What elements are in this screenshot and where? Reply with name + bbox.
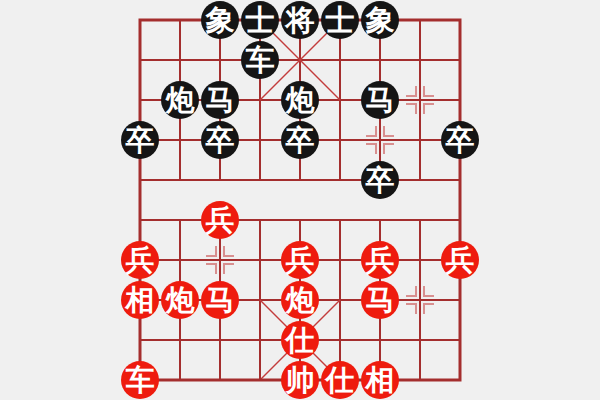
board-intersection[interactable]: 仕 <box>280 320 320 360</box>
board-intersection[interactable]: 马 <box>360 280 400 320</box>
board-intersection[interactable]: 象 <box>360 0 400 40</box>
board-intersection[interactable] <box>200 360 240 400</box>
piece-black-horse[interactable]: 马 <box>361 81 399 119</box>
board-intersection[interactable] <box>280 40 320 80</box>
board-intersection[interactable] <box>240 320 280 360</box>
piece-red-advisor[interactable]: 仕 <box>321 361 359 399</box>
piece-black-soldier[interactable]: 卒 <box>281 121 319 159</box>
piece-black-soldier[interactable]: 卒 <box>201 121 239 159</box>
board-intersection[interactable] <box>440 80 480 120</box>
board-intersection[interactable]: 兵 <box>120 240 160 280</box>
board-intersection[interactable] <box>200 40 240 80</box>
board-intersection[interactable] <box>160 200 200 240</box>
board-intersection[interactable]: 车 <box>120 360 160 400</box>
board-intersection[interactable] <box>440 280 480 320</box>
piece-red-soldier[interactable]: 兵 <box>441 241 479 279</box>
board-intersection[interactable] <box>240 360 280 400</box>
piece-red-cannon[interactable]: 炮 <box>281 281 319 319</box>
board-intersection[interactable] <box>120 200 160 240</box>
board-intersection[interactable] <box>240 280 280 320</box>
board-intersection[interactable]: 卒 <box>120 120 160 160</box>
board-intersection[interactable] <box>200 320 240 360</box>
piece-black-elephant[interactable]: 象 <box>201 1 239 39</box>
board-intersection[interactable] <box>240 160 280 200</box>
board-intersection[interactable] <box>120 0 160 40</box>
board-intersection[interactable] <box>160 40 200 80</box>
piece-red-soldier[interactable]: 兵 <box>121 241 159 279</box>
board-intersection[interactable] <box>440 200 480 240</box>
board-intersection[interactable] <box>280 200 320 240</box>
board-intersection[interactable] <box>240 200 280 240</box>
board-intersection[interactable] <box>440 320 480 360</box>
board-intersection[interactable] <box>120 320 160 360</box>
board-intersection[interactable] <box>400 80 440 120</box>
board-intersection[interactable] <box>360 320 400 360</box>
board-intersection[interactable] <box>200 240 240 280</box>
board-intersection[interactable] <box>320 40 360 80</box>
board-intersection[interactable] <box>320 280 360 320</box>
board-intersection[interactable] <box>160 320 200 360</box>
board-intersection[interactable]: 将 <box>280 0 320 40</box>
board-intersection[interactable]: 炮 <box>160 280 200 320</box>
board-grid: 象士将士象车炮马炮马卒卒卒卒卒兵兵兵兵兵相炮马炮马仕车帅仕相 <box>120 0 480 400</box>
board-intersection[interactable] <box>400 120 440 160</box>
board-intersection[interactable] <box>400 0 440 40</box>
board-intersection[interactable] <box>400 240 440 280</box>
piece-black-cannon[interactable]: 炮 <box>281 81 319 119</box>
board-intersection[interactable] <box>240 80 280 120</box>
board-intersection[interactable] <box>360 40 400 80</box>
board-intersection[interactable]: 炮 <box>280 80 320 120</box>
board-intersection[interactable] <box>240 120 280 160</box>
board-intersection[interactable]: 兵 <box>200 200 240 240</box>
piece-black-elephant[interactable]: 象 <box>361 1 399 39</box>
board-intersection[interactable] <box>440 0 480 40</box>
board-intersection[interactable]: 车 <box>240 40 280 80</box>
board-intersection[interactable] <box>400 40 440 80</box>
board-intersection[interactable] <box>120 40 160 80</box>
board-intersection[interactable]: 卒 <box>360 160 400 200</box>
piece-red-elephant[interactable]: 相 <box>121 281 159 319</box>
board-intersection[interactable] <box>400 200 440 240</box>
board-intersection[interactable] <box>440 40 480 80</box>
board-intersection[interactable] <box>200 160 240 200</box>
board-intersection[interactable]: 马 <box>360 80 400 120</box>
xiangqi-app: 象士将士象车炮马炮马卒卒卒卒卒兵兵兵兵兵相炮马炮马仕车帅仕相 <box>0 0 600 400</box>
piece-red-general[interactable]: 帅 <box>281 361 319 399</box>
board-intersection[interactable] <box>440 160 480 200</box>
board-intersection[interactable]: 马 <box>200 280 240 320</box>
board-intersection[interactable]: 马 <box>200 80 240 120</box>
board-intersection[interactable] <box>440 360 480 400</box>
board-intersection[interactable]: 炮 <box>160 80 200 120</box>
board-intersection[interactable]: 炮 <box>280 280 320 320</box>
board-intersection[interactable]: 相 <box>360 360 400 400</box>
piece-red-soldier[interactable]: 兵 <box>201 201 239 239</box>
board-intersection[interactable]: 象 <box>200 0 240 40</box>
board-intersection[interactable]: 卒 <box>200 120 240 160</box>
board-intersection[interactable] <box>400 320 440 360</box>
piece-black-chariot[interactable]: 车 <box>241 41 279 79</box>
board-intersection[interactable]: 卒 <box>440 120 480 160</box>
board-intersection[interactable] <box>320 160 360 200</box>
piece-red-cannon[interactable]: 炮 <box>161 281 199 319</box>
board-intersection[interactable]: 卒 <box>280 120 320 160</box>
board-intersection[interactable] <box>400 280 440 320</box>
piece-red-advisor[interactable]: 仕 <box>281 321 319 359</box>
board-intersection[interactable] <box>360 200 400 240</box>
board-intersection[interactable] <box>120 160 160 200</box>
board-intersection[interactable] <box>320 80 360 120</box>
board-intersection[interactable]: 帅 <box>280 360 320 400</box>
board-intersection[interactable]: 相 <box>120 280 160 320</box>
board-intersection[interactable] <box>320 240 360 280</box>
board-intersection[interactable]: 兵 <box>280 240 320 280</box>
board-intersection[interactable] <box>120 80 160 120</box>
piece-red-elephant[interactable]: 相 <box>361 361 399 399</box>
board-intersection[interactable] <box>400 160 440 200</box>
board-intersection[interactable]: 兵 <box>440 240 480 280</box>
piece-black-advisor[interactable]: 士 <box>241 1 279 39</box>
board-intersection[interactable] <box>160 240 200 280</box>
board-intersection[interactable] <box>160 0 200 40</box>
board-intersection[interactable]: 兵 <box>360 240 400 280</box>
piece-black-general[interactable]: 将 <box>281 1 319 39</box>
piece-black-soldier[interactable]: 卒 <box>361 161 399 199</box>
piece-black-cannon[interactable]: 炮 <box>161 81 199 119</box>
piece-red-horse[interactable]: 马 <box>361 281 399 319</box>
piece-black-horse[interactable]: 马 <box>201 81 239 119</box>
board-intersection[interactable] <box>240 240 280 280</box>
board-intersection[interactable] <box>320 120 360 160</box>
piece-red-soldier[interactable]: 兵 <box>361 241 399 279</box>
piece-red-soldier[interactable]: 兵 <box>281 241 319 279</box>
board-intersection[interactable] <box>320 200 360 240</box>
board-intersection[interactable] <box>160 120 200 160</box>
piece-black-soldier[interactable]: 卒 <box>441 121 479 159</box>
board-intersection[interactable] <box>160 360 200 400</box>
piece-black-soldier[interactable]: 卒 <box>121 121 159 159</box>
piece-red-horse[interactable]: 马 <box>201 281 239 319</box>
board-intersection[interactable]: 仕 <box>320 360 360 400</box>
board-intersection[interactable] <box>280 160 320 200</box>
board-intersection[interactable] <box>160 160 200 200</box>
piece-red-chariot[interactable]: 车 <box>121 361 159 399</box>
board-intersection[interactable]: 士 <box>240 0 280 40</box>
piece-black-advisor[interactable]: 士 <box>321 1 359 39</box>
board-intersection[interactable] <box>360 120 400 160</box>
board-intersection[interactable] <box>320 320 360 360</box>
board-intersection[interactable]: 士 <box>320 0 360 40</box>
board-intersection[interactable] <box>400 360 440 400</box>
